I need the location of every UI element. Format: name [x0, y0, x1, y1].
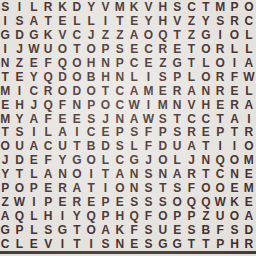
grid-cell-r1c6[interactable]: D [70, 0, 84, 14]
grid-cell-r17c13[interactable]: E [170, 223, 184, 237]
grid-cell-r12c9[interactable]: C [113, 153, 127, 167]
grid-cell-r15c14[interactable]: Q [184, 195, 198, 209]
grid-cell-r2c17[interactable]: R [227, 14, 241, 28]
grid-cell-r9c17[interactable]: A [227, 112, 241, 126]
grid-cell-r9c2[interactable]: Y [12, 112, 26, 126]
grid-cell-r2c12[interactable]: H [156, 14, 170, 28]
grid-cell-r6c14[interactable]: L [184, 70, 198, 84]
grid-cell-r14c1[interactable]: P [0, 181, 12, 195]
grid-cell-r14c12[interactable]: T [156, 181, 170, 195]
grid-cell-r6c3[interactable]: Y [27, 70, 41, 84]
grid-cell-r1c3[interactable]: L [27, 0, 41, 14]
grid-cell-r4c17[interactable]: L [227, 42, 241, 56]
grid-cell-r14c7[interactable]: T [84, 181, 98, 195]
grid-cell-r4c7[interactable]: O [84, 42, 98, 56]
grid-cell-r13c12[interactable]: N [156, 167, 170, 181]
grid-cell-r14c2[interactable]: O [12, 181, 26, 195]
grid-cell-r11c3[interactable]: A [27, 139, 41, 153]
grid-cell-r4c18[interactable]: L [242, 42, 256, 56]
grid-cell-r9c12[interactable]: S [156, 112, 170, 126]
grid-cell-r7c18[interactable]: L [242, 84, 256, 98]
grid-cell-r12c5[interactable]: Y [55, 153, 69, 167]
grid-cell-r6c10[interactable]: L [127, 70, 141, 84]
grid-cell-r3c17[interactable]: O [227, 28, 241, 42]
grid-cell-r11c17[interactable]: I [227, 139, 241, 153]
grid-cell-r6c15[interactable]: O [199, 70, 213, 84]
grid-cell-r16c7[interactable]: Q [84, 209, 98, 223]
grid-cell-r5c2[interactable]: Z [12, 56, 26, 70]
grid-cell-r5c12[interactable]: Z [156, 56, 170, 70]
grid-cell-r13c2[interactable]: T [12, 167, 26, 181]
grid-cell-r4c8[interactable]: P [98, 42, 112, 56]
grid-cell-r18c9[interactable]: N [113, 237, 127, 251]
grid-cell-r12c7[interactable]: O [84, 153, 98, 167]
grid-cell-r13c9[interactable]: A [113, 167, 127, 181]
grid-cell-r16c12[interactable]: O [156, 209, 170, 223]
grid-cell-r7c3[interactable]: C [27, 84, 41, 98]
grid-cell-r10c2[interactable]: S [12, 126, 26, 140]
grid-cell-r6c7[interactable]: B [84, 70, 98, 84]
grid-cell-r14c3[interactable]: P [27, 181, 41, 195]
grid-cell-r9c3[interactable]: A [27, 112, 41, 126]
grid-cell-r10c1[interactable]: T [0, 126, 12, 140]
grid-cell-r10c10[interactable]: S [127, 126, 141, 140]
grid-cell-r14c13[interactable]: S [170, 181, 184, 195]
grid-cell-r14c8[interactable]: I [98, 181, 112, 195]
grid-cell-r4c13[interactable]: E [170, 42, 184, 56]
grid-cell-r16c4[interactable]: H [41, 209, 55, 223]
grid-cell-r2c8[interactable]: I [98, 14, 112, 28]
grid-cell-r17c16[interactable]: F [213, 223, 227, 237]
grid-cell-r16c3[interactable]: L [27, 209, 41, 223]
grid-cell-r13c14[interactable]: R [184, 167, 198, 181]
grid-cell-r11c12[interactable]: D [156, 139, 170, 153]
grid-cell-r5c15[interactable]: L [199, 56, 213, 70]
grid-cell-r11c4[interactable]: C [41, 139, 55, 153]
grid-cell-r8c5[interactable]: F [55, 98, 69, 112]
grid-cell-r8c18[interactable]: A [242, 98, 256, 112]
grid-cell-r11c8[interactable]: D [98, 139, 112, 153]
grid-cell-r2c11[interactable]: Y [141, 14, 155, 28]
grid-cell-r9c15[interactable]: C [199, 112, 213, 126]
grid-cell-r6c2[interactable]: E [12, 70, 26, 84]
grid-cell-r6c9[interactable]: N [113, 70, 127, 84]
grid-cell-r2c4[interactable]: T [41, 14, 55, 28]
grid-cell-r4c11[interactable]: C [141, 42, 155, 56]
grid-cell-r8c13[interactable]: N [170, 98, 184, 112]
grid-cell-r2c1[interactable]: I [0, 14, 12, 28]
grid-cell-r1c4[interactable]: R [41, 0, 55, 14]
grid-cell-r3c7[interactable]: J [84, 28, 98, 42]
grid-cell-r18c2[interactable]: L [12, 237, 26, 251]
grid-cell-r3c11[interactable]: O [141, 28, 155, 42]
grid-cell-r5c16[interactable]: O [213, 56, 227, 70]
grid-cell-r11c6[interactable]: T [70, 139, 84, 153]
grid-cell-r16c1[interactable]: A [0, 209, 12, 223]
grid-cell-r11c15[interactable]: T [199, 139, 213, 153]
grid-cell-r14c18[interactable]: M [242, 181, 256, 195]
grid-cell-r10c11[interactable]: F [141, 126, 155, 140]
grid-cell-r18c7[interactable]: I [84, 237, 98, 251]
grid-cell-r5c1[interactable]: N [0, 56, 12, 70]
grid-cell-r2c15[interactable]: Y [199, 14, 213, 28]
grid-cell-r7c17[interactable]: E [227, 84, 241, 98]
grid-cell-r12c14[interactable]: J [184, 153, 198, 167]
grid-cell-r15c7[interactable]: E [84, 195, 98, 209]
grid-cell-r14c5[interactable]: R [55, 181, 69, 195]
grid-cell-r17c15[interactable]: B [199, 223, 213, 237]
grid-cell-r5c9[interactable]: P [113, 56, 127, 70]
grid-cell-r17c10[interactable]: F [127, 223, 141, 237]
grid-cell-r9c6[interactable]: E [70, 112, 84, 126]
grid-cell-r13c7[interactable]: I [84, 167, 98, 181]
grid-cell-r11c5[interactable]: U [55, 139, 69, 153]
grid-cell-r1c16[interactable]: M [213, 0, 227, 14]
grid-cell-r10c18[interactable]: R [242, 126, 256, 140]
grid-cell-r14c16[interactable]: O [213, 181, 227, 195]
grid-cell-r8c10[interactable]: W [127, 98, 141, 112]
grid-cell-r18c11[interactable]: S [141, 237, 155, 251]
grid-cell-r2c18[interactable]: C [242, 14, 256, 28]
grid-cell-r6c5[interactable]: D [55, 70, 69, 84]
grid-cell-r17c14[interactable]: S [184, 223, 198, 237]
grid-cell-r7c15[interactable]: N [199, 84, 213, 98]
grid-cell-r13c10[interactable]: N [127, 167, 141, 181]
grid-cell-r2c10[interactable]: E [127, 14, 141, 28]
grid-cell-r8c15[interactable]: H [199, 98, 213, 112]
grid-cell-r7c8[interactable]: T [98, 84, 112, 98]
grid-cell-r3c1[interactable]: G [0, 28, 12, 42]
grid-cell-r7c7[interactable]: O [84, 84, 98, 98]
grid-cell-r4c5[interactable]: O [55, 42, 69, 56]
grid-cell-r14c10[interactable]: N [127, 181, 141, 195]
grid-cell-r15c10[interactable]: S [127, 195, 141, 209]
grid-cell-r3c4[interactable]: K [41, 28, 55, 42]
grid-cell-r10c3[interactable]: I [27, 126, 41, 140]
grid-cell-r13c11[interactable]: S [141, 167, 155, 181]
grid-cell-r11c1[interactable]: O [0, 139, 12, 153]
grid-cell-r2c3[interactable]: A [27, 14, 41, 28]
grid-cell-r7c5[interactable]: O [55, 84, 69, 98]
grid-cell-r13c8[interactable]: T [98, 167, 112, 181]
grid-cell-r17c4[interactable]: S [41, 223, 55, 237]
grid-cell-r13c3[interactable]: L [27, 167, 41, 181]
grid-cell-r9c14[interactable]: C [184, 112, 198, 126]
grid-cell-r15c9[interactable]: E [113, 195, 127, 209]
grid-cell-r8c16[interactable]: E [213, 98, 227, 112]
grid-cell-r1c5[interactable]: K [55, 0, 69, 14]
grid-cell-r12c18[interactable]: M [242, 153, 256, 167]
grid-cell-r13c4[interactable]: A [41, 167, 55, 181]
grid-cell-r11c9[interactable]: S [113, 139, 127, 153]
grid-cell-r1c14[interactable]: C [184, 0, 198, 14]
grid-cell-r13c17[interactable]: N [227, 167, 241, 181]
grid-cell-r2c14[interactable]: Z [184, 14, 198, 28]
grid-cell-r17c8[interactable]: A [98, 223, 112, 237]
grid-cell-r7c14[interactable]: A [184, 84, 198, 98]
grid-cell-r17c9[interactable]: K [113, 223, 127, 237]
grid-cell-r3c16[interactable]: I [213, 28, 227, 42]
grid-cell-r6c4[interactable]: Q [41, 70, 55, 84]
grid-cell-r14c15[interactable]: O [199, 181, 213, 195]
grid-cell-r7c2[interactable]: I [12, 84, 26, 98]
grid-cell-r13c15[interactable]: T [199, 167, 213, 181]
grid-cell-r1c7[interactable]: Y [84, 0, 98, 14]
grid-cell-r10c14[interactable]: R [184, 126, 198, 140]
grid-cell-r15c6[interactable]: R [70, 195, 84, 209]
grid-cell-r18c3[interactable]: E [27, 237, 41, 251]
grid-cell-r9c10[interactable]: A [127, 112, 141, 126]
grid-cell-r16c17[interactable]: O [227, 209, 241, 223]
grid-cell-r3c2[interactable]: D [12, 28, 26, 42]
grid-cell-r10c8[interactable]: E [98, 126, 112, 140]
grid-cell-r14c6[interactable]: A [70, 181, 84, 195]
grid-cell-r8c14[interactable]: V [184, 98, 198, 112]
grid-cell-r9c18[interactable]: I [242, 112, 256, 126]
grid-cell-r5c6[interactable]: O [70, 56, 84, 70]
grid-cell-r8c12[interactable]: M [156, 98, 170, 112]
grid-cell-r6c16[interactable]: R [213, 70, 227, 84]
grid-cell-r15c11[interactable]: S [141, 195, 155, 209]
grid-cell-r18c12[interactable]: G [156, 237, 170, 251]
grid-cell-r11c16[interactable]: I [213, 139, 227, 153]
grid-cell-r6c8[interactable]: H [98, 70, 112, 84]
grid-cell-r15c18[interactable]: E [242, 195, 256, 209]
grid-cell-r6c13[interactable]: P [170, 70, 184, 84]
grid-cell-r14c17[interactable]: E [227, 181, 241, 195]
grid-cell-r6c6[interactable]: O [70, 70, 84, 84]
grid-cell-r11c2[interactable]: U [12, 139, 26, 153]
grid-cell-r15c12[interactable]: S [156, 195, 170, 209]
grid-cell-r8c1[interactable]: E [0, 98, 12, 112]
grid-cell-r16c13[interactable]: P [170, 209, 184, 223]
grid-cell-r3c13[interactable]: T [170, 28, 184, 42]
grid-cell-r3c10[interactable]: A [127, 28, 141, 42]
grid-cell-r16c15[interactable]: Z [199, 209, 213, 223]
grid-cell-r16c14[interactable]: P [184, 209, 198, 223]
grid-cell-r13c13[interactable]: A [170, 167, 184, 181]
grid-cell-r13c18[interactable]: E [242, 167, 256, 181]
grid-cell-r9c8[interactable]: J [98, 112, 112, 126]
grid-cell-r10c7[interactable]: C [84, 126, 98, 140]
grid-cell-r18c13[interactable]: G [170, 237, 184, 251]
grid-cell-r5c11[interactable]: E [141, 56, 155, 70]
grid-cell-r4c16[interactable]: R [213, 42, 227, 56]
grid-cell-r3c9[interactable]: Z [113, 28, 127, 42]
grid-cell-r17c1[interactable]: G [0, 223, 12, 237]
grid-cell-r4c14[interactable]: T [184, 42, 198, 56]
grid-cell-r7c4[interactable]: R [41, 84, 55, 98]
grid-cell-r3c6[interactable]: C [70, 28, 84, 42]
grid-cell-r3c14[interactable]: Z [184, 28, 198, 42]
grid-cell-r4c10[interactable]: E [127, 42, 141, 56]
grid-cell-r7c1[interactable]: M [0, 84, 12, 98]
grid-cell-r8c7[interactable]: P [84, 98, 98, 112]
grid-cell-r8c9[interactable]: C [113, 98, 127, 112]
grid-cell-r11c13[interactable]: U [170, 139, 184, 153]
grid-cell-r18c8[interactable]: S [98, 237, 112, 251]
grid-cell-r4c3[interactable]: W [27, 42, 41, 56]
grid-cell-r13c1[interactable]: Y [0, 167, 12, 181]
grid-cell-r3c8[interactable]: Z [98, 28, 112, 42]
grid-cell-r5c14[interactable]: T [184, 56, 198, 70]
grid-cell-r7c9[interactable]: C [113, 84, 127, 98]
grid-cell-r12c4[interactable]: F [41, 153, 55, 167]
grid-cell-r3c5[interactable]: V [55, 28, 69, 42]
grid-cell-r12c17[interactable]: O [227, 153, 241, 167]
grid-cell-r15c5[interactable]: E [55, 195, 69, 209]
grid-cell-r5c7[interactable]: H [84, 56, 98, 70]
grid-cell-r11c7[interactable]: B [84, 139, 98, 153]
grid-cell-r3c12[interactable]: Q [156, 28, 170, 42]
grid-cell-r18c15[interactable]: T [199, 237, 213, 251]
grid-cell-r1c18[interactable]: O [242, 0, 256, 14]
grid-cell-r17c5[interactable]: G [55, 223, 69, 237]
grid-cell-r4c15[interactable]: O [199, 42, 213, 56]
grid-cell-r16c2[interactable]: Q [12, 209, 26, 223]
grid-cell-r9c5[interactable]: E [55, 112, 69, 126]
grid-cell-r14c11[interactable]: S [141, 181, 155, 195]
grid-cell-r12c8[interactable]: L [98, 153, 112, 167]
grid-cell-r15c4[interactable]: P [41, 195, 55, 209]
grid-cell-r6c18[interactable]: W [242, 70, 256, 84]
grid-cell-r2c2[interactable]: S [12, 14, 26, 28]
grid-cell-r9c13[interactable]: T [170, 112, 184, 126]
grid-cell-r1c8[interactable]: V [98, 0, 112, 14]
grid-cell-r10c12[interactable]: P [156, 126, 170, 140]
grid-cell-r10c17[interactable]: T [227, 126, 241, 140]
grid-cell-r7c11[interactable]: M [141, 84, 155, 98]
grid-cell-r17c12[interactable]: U [156, 223, 170, 237]
grid-cell-r10c9[interactable]: P [113, 126, 127, 140]
grid-cell-r15c1[interactable]: Z [0, 195, 12, 209]
grid-cell-r12c15[interactable]: N [199, 153, 213, 167]
grid-cell-r9c7[interactable]: S [84, 112, 98, 126]
grid-cell-r7c6[interactable]: D [70, 84, 84, 98]
grid-cell-r1c9[interactable]: M [113, 0, 127, 14]
grid-cell-r17c6[interactable]: T [70, 223, 84, 237]
grid-cell-r13c16[interactable]: C [213, 167, 227, 181]
grid-cell-r18c1[interactable]: C [0, 237, 12, 251]
grid-cell-r8c6[interactable]: N [70, 98, 84, 112]
grid-cell-r9c1[interactable]: M [0, 112, 12, 126]
grid-cell-r13c5[interactable]: N [55, 167, 69, 181]
grid-cell-r18c14[interactable]: T [184, 237, 198, 251]
grid-cell-r7c13[interactable]: R [170, 84, 184, 98]
grid-cell-r6c12[interactable]: S [156, 70, 170, 84]
grid-cell-r5c13[interactable]: G [170, 56, 184, 70]
grid-cell-r3c3[interactable]: G [27, 28, 41, 42]
grid-cell-r17c7[interactable]: O [84, 223, 98, 237]
grid-cell-r1c15[interactable]: T [199, 0, 213, 14]
grid-cell-r18c5[interactable]: I [55, 237, 69, 251]
grid-cell-r7c16[interactable]: R [213, 84, 227, 98]
grid-cell-r17c18[interactable]: D [242, 223, 256, 237]
grid-cell-r15c3[interactable]: I [27, 195, 41, 209]
grid-cell-r14c4[interactable]: E [41, 181, 55, 195]
grid-cell-r8c2[interactable]: H [12, 98, 26, 112]
grid-cell-r4c6[interactable]: T [70, 42, 84, 56]
grid-cell-r2c6[interactable]: L [70, 14, 84, 28]
grid-cell-r18c10[interactable]: E [127, 237, 141, 251]
grid-cell-r4c1[interactable]: I [0, 42, 12, 56]
grid-cell-r12c3[interactable]: E [27, 153, 41, 167]
grid-cell-r12c1[interactable]: J [0, 153, 12, 167]
grid-cell-r3c18[interactable]: L [242, 28, 256, 42]
grid-cell-r5c3[interactable]: E [27, 56, 41, 70]
grid-cell-r5c4[interactable]: F [41, 56, 55, 70]
grid-cell-r18c6[interactable]: T [70, 237, 84, 251]
grid-cell-r12c13[interactable]: L [170, 153, 184, 167]
grid-cell-r10c4[interactable]: L [41, 126, 55, 140]
grid-cell-r10c16[interactable]: P [213, 126, 227, 140]
grid-cell-r9c9[interactable]: N [113, 112, 127, 126]
grid-cell-r16c11[interactable]: F [141, 209, 155, 223]
grid-cell-r4c12[interactable]: R [156, 42, 170, 56]
grid-cell-r11c10[interactable]: L [127, 139, 141, 153]
grid-cell-r5c10[interactable]: C [127, 56, 141, 70]
grid-cell-r7c12[interactable]: E [156, 84, 170, 98]
grid-cell-r12c16[interactable]: Q [213, 153, 227, 167]
grid-cell-r4c4[interactable]: U [41, 42, 55, 56]
grid-cell-r2c9[interactable]: T [113, 14, 127, 28]
grid-cell-r16c5[interactable]: I [55, 209, 69, 223]
grid-cell-r2c7[interactable]: L [84, 14, 98, 28]
grid-cell-r9c16[interactable]: T [213, 112, 227, 126]
grid-cell-r12c12[interactable]: O [156, 153, 170, 167]
grid-cell-r12c2[interactable]: D [12, 153, 26, 167]
grid-cell-r16c18[interactable]: A [242, 209, 256, 223]
grid-cell-r11c11[interactable]: F [141, 139, 155, 153]
grid-cell-r18c18[interactable]: R [242, 237, 256, 251]
grid-cell-r16c10[interactable]: Q [127, 209, 141, 223]
grid-cell-r14c9[interactable]: O [113, 181, 127, 195]
grid-cell-r4c2[interactable]: J [12, 42, 26, 56]
grid-cell-r10c6[interactable]: I [70, 126, 84, 140]
grid-cell-r17c2[interactable]: P [12, 223, 26, 237]
grid-cell-r15c15[interactable]: Q [199, 195, 213, 209]
grid-cell-r16c16[interactable]: U [213, 209, 227, 223]
grid-cell-r1c11[interactable]: V [141, 0, 155, 14]
grid-cell-r7c10[interactable]: A [127, 84, 141, 98]
grid-cell-r12c10[interactable]: G [127, 153, 141, 167]
grid-cell-r5c8[interactable]: N [98, 56, 112, 70]
grid-cell-r1c12[interactable]: H [156, 0, 170, 14]
grid-cell-r11c14[interactable]: A [184, 139, 198, 153]
grid-cell-r8c3[interactable]: J [27, 98, 41, 112]
grid-cell-r8c11[interactable]: I [141, 98, 155, 112]
grid-cell-r17c11[interactable]: S [141, 223, 155, 237]
grid-cell-r15c13[interactable]: O [170, 195, 184, 209]
grid-cell-r1c13[interactable]: S [170, 0, 184, 14]
grid-cell-r16c8[interactable]: P [98, 209, 112, 223]
grid-cell-r4c9[interactable]: S [113, 42, 127, 56]
grid-cell-r6c11[interactable]: I [141, 70, 155, 84]
grid-cell-r10c5[interactable]: A [55, 126, 69, 140]
grid-cell-r5c17[interactable]: I [227, 56, 241, 70]
grid-cell-r8c17[interactable]: R [227, 98, 241, 112]
grid-cell-r6c17[interactable]: F [227, 70, 241, 84]
grid-cell-r10c15[interactable]: E [199, 126, 213, 140]
grid-cell-r17c3[interactable]: L [27, 223, 41, 237]
grid-cell-r1c10[interactable]: K [127, 0, 141, 14]
grid-cell-r12c11[interactable]: J [141, 153, 155, 167]
grid-cell-r15c17[interactable]: K [227, 195, 241, 209]
grid-cell-r8c4[interactable]: Q [41, 98, 55, 112]
grid-cell-r14c14[interactable]: F [184, 181, 198, 195]
grid-cell-r16c9[interactable]: H [113, 209, 127, 223]
grid-cell-r11c18[interactable]: O [242, 139, 256, 153]
